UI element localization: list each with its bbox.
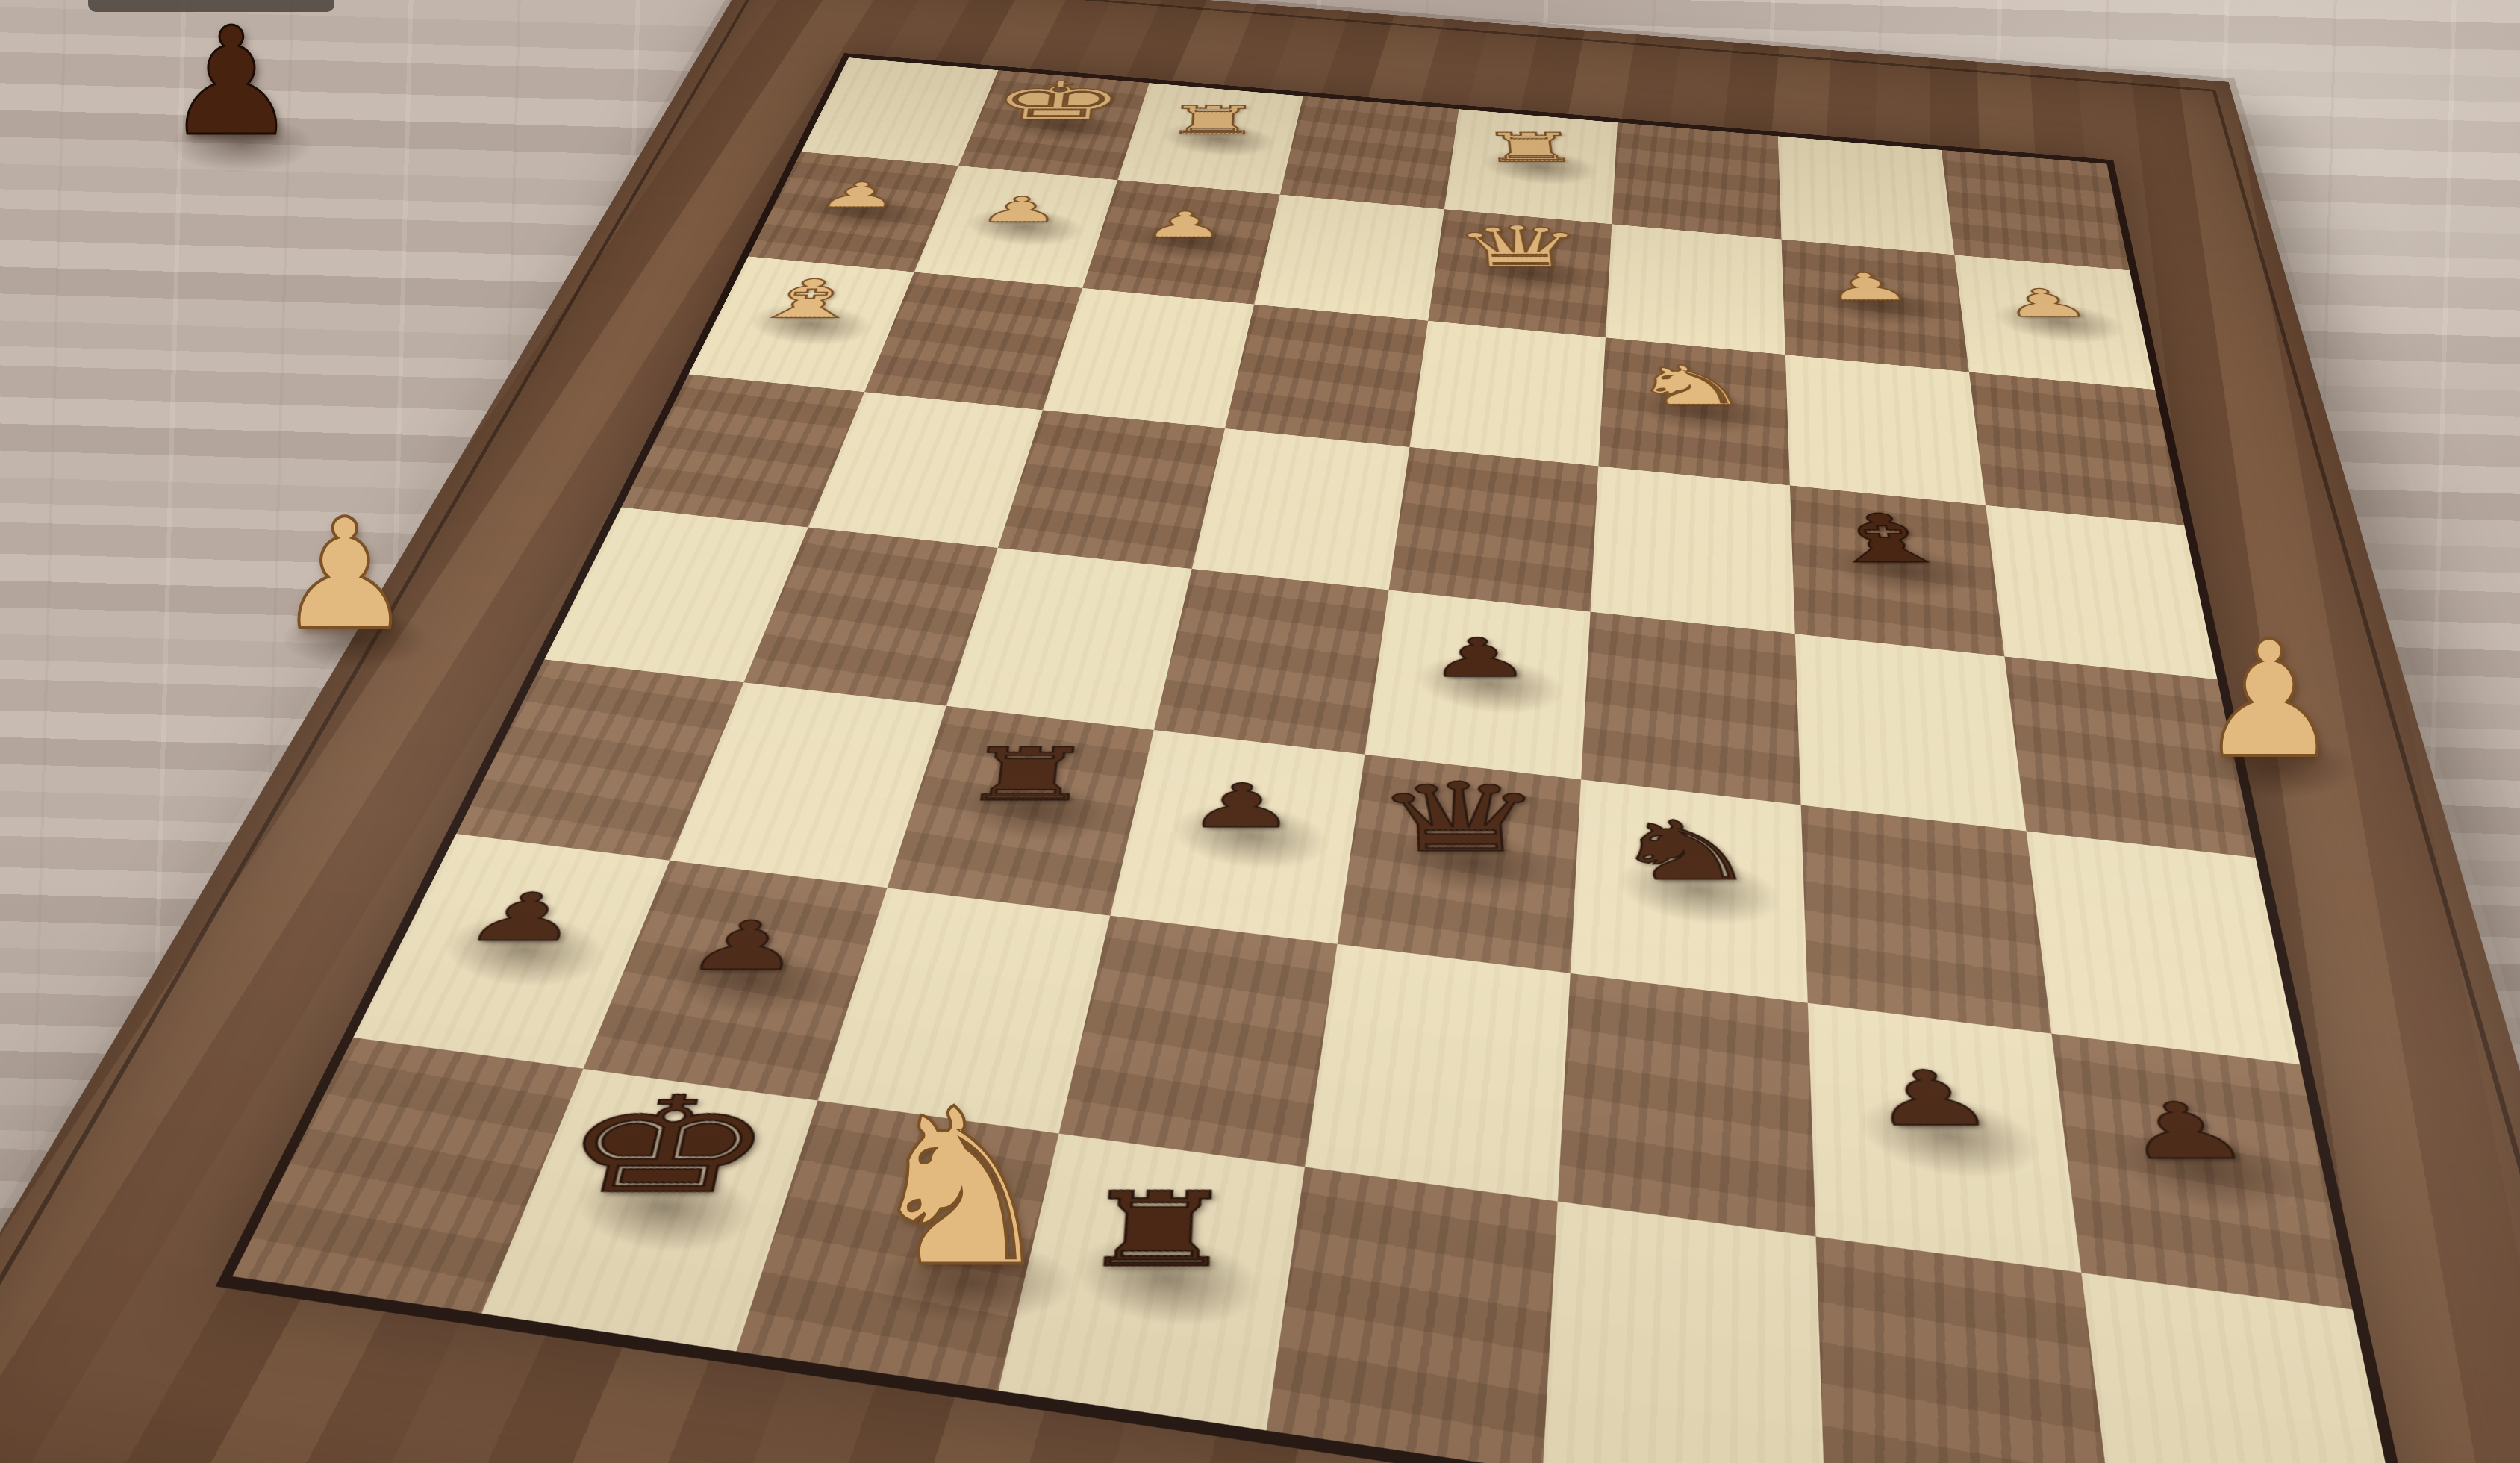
chess-board: ♚♜♜♟♟♟♛♟♟♝♞♝♟♜♟♛♞♟♟♟♟♚♜	[0, 0, 2520, 1463]
piece-shadow	[1412, 649, 1566, 721]
square-c1[interactable]	[1612, 122, 1782, 239]
square-d4[interactable]	[1389, 447, 1598, 612]
square-h7[interactable]: ♟	[353, 834, 669, 1068]
square-d7[interactable]	[1305, 944, 1570, 1201]
square-f6[interactable]: ♜	[888, 705, 1154, 915]
square-a3[interactable]	[1968, 372, 2184, 525]
black-king-g8[interactable]: ♚	[543, 1083, 787, 1209]
piece-shadow	[1067, 1223, 1266, 1338]
white-pawn-a2[interactable]: ♟	[1994, 285, 2097, 322]
board-scene: ♚♜♜♟♟♟♛♟♟♝♞♝♟♜♟♛♞♟♟♟♟♚♜	[0, 0, 2520, 1463]
black-bishop-b4[interactable]: ♝	[1808, 508, 1964, 571]
square-h6[interactable]	[456, 659, 743, 861]
black-knight-c6[interactable]: ♞	[1604, 813, 1764, 890]
square-d2[interactable]: ♛	[1428, 209, 1612, 337]
square-e7[interactable]	[1058, 916, 1337, 1167]
black-pawn-d5[interactable]: ♟	[1425, 633, 1534, 684]
white-queen-d2[interactable]: ♛	[1449, 220, 1590, 274]
piece-shadow	[1388, 821, 1554, 905]
square-c7[interactable]	[1557, 973, 1815, 1236]
square-e2[interactable]	[1254, 194, 1444, 320]
square-c2[interactable]	[1605, 224, 1785, 355]
square-c8[interactable]	[1542, 1201, 1825, 1463]
square-b8[interactable]	[1816, 1236, 2117, 1463]
square-c3[interactable]: ♞	[1598, 337, 1790, 485]
square-b4[interactable]: ♝	[1790, 485, 2004, 656]
captured-white-knight[interactable]: ♞	[864, 1086, 1058, 1292]
piece-shadow	[655, 934, 841, 1026]
square-e5[interactable]	[1153, 569, 1388, 754]
square-d6[interactable]: ♛	[1338, 754, 1581, 973]
captured-black-pawn[interactable]: ♟	[164, 11, 298, 153]
white-pawn-h2[interactable]: ♟	[813, 179, 905, 212]
white-pawn-f2[interactable]: ♟	[1140, 208, 1227, 242]
white-bishop-h3[interactable]: ♝	[740, 274, 877, 325]
piece-shadow	[2108, 1117, 2307, 1223]
playing-field: ♚♜♜♟♟♟♛♟♟♝♞♝♟♜♟♛♞♟♟♟♟♚♜	[216, 53, 2433, 1463]
board-frame: ♚♜♜♟♟♟♛♟♟♝♞♝♟♜♟♛♞♟♟♟♟♚♜	[0, 0, 2520, 1463]
square-d8[interactable]	[1267, 1167, 1558, 1463]
black-pawn-b7[interactable]: ♟	[1860, 1063, 2001, 1135]
black-pawn-e6[interactable]: ♟	[1185, 778, 1298, 835]
white-rook-f1[interactable]: ♜	[1161, 102, 1263, 139]
square-c6[interactable]: ♞	[1570, 779, 1808, 1003]
black-rook-f6[interactable]: ♜	[955, 740, 1100, 810]
white-pawn-b2[interactable]: ♟	[1818, 269, 1917, 305]
captured-white-pawn[interactable]: ♟	[276, 502, 414, 648]
square-e4[interactable]	[1191, 428, 1409, 590]
square-f2[interactable]: ♟	[1082, 180, 1279, 305]
black-rook-e8[interactable]: ♜	[1073, 1182, 1241, 1279]
square-d1[interactable]: ♜	[1444, 109, 1618, 224]
square-b7[interactable]: ♟	[1808, 1003, 2081, 1273]
piece-shadow	[1617, 848, 1782, 934]
square-h8[interactable]	[232, 1037, 583, 1313]
square-g8[interactable]: ♚	[481, 1068, 818, 1351]
black-pawn-h7[interactable]: ♟	[456, 886, 592, 949]
white-pawn-g2[interactable]: ♟	[975, 193, 1064, 226]
black-pawn-g7[interactable]: ♟	[679, 914, 811, 979]
square-e6[interactable]: ♟	[1110, 729, 1365, 943]
piece-shadow	[1857, 1085, 2045, 1188]
piece-shadow	[1166, 796, 1334, 878]
square-a6[interactable]	[2026, 831, 2300, 1064]
square-b3[interactable]	[1785, 355, 1986, 505]
square-b2[interactable]: ♟	[1782, 239, 1969, 372]
square-g6[interactable]	[670, 682, 946, 888]
white-king-g1[interactable]: ♚	[986, 76, 1129, 126]
square-h5[interactable]	[545, 508, 808, 682]
white-rook-d1[interactable]: ♜	[1478, 128, 1584, 166]
square-b1[interactable]	[1778, 136, 1954, 255]
square-e3[interactable]	[1225, 305, 1428, 447]
square-b5[interactable]	[1795, 634, 2026, 831]
square-g7[interactable]: ♟	[583, 861, 888, 1100]
square-a2[interactable]: ♟	[1954, 255, 2155, 390]
captured-white-pawn[interactable]: ♟	[2198, 624, 2342, 776]
black-queen-d6[interactable]: ♛	[1370, 773, 1552, 864]
white-knight-c3[interactable]: ♞	[1625, 360, 1756, 411]
square-b6[interactable]	[1801, 805, 2051, 1034]
square-a1[interactable]	[1941, 150, 2130, 270]
square-d3[interactable]	[1410, 321, 1606, 466]
square-c4[interactable]	[1590, 466, 1795, 634]
square-a7[interactable]: ♟	[2051, 1034, 2353, 1309]
piece-shadow	[561, 1155, 766, 1263]
black-pawn-a7[interactable]: ♟	[2109, 1095, 2259, 1169]
piece-shadow	[947, 770, 1117, 851]
square-a4[interactable]	[1986, 505, 2218, 679]
square-e1[interactable]	[1279, 96, 1459, 209]
square-a8[interactable]	[2081, 1272, 2415, 1463]
piece-shadow	[429, 905, 618, 995]
square-f1[interactable]: ♜	[1117, 83, 1303, 194]
square-c5[interactable]	[1581, 612, 1801, 805]
square-d5[interactable]: ♟	[1365, 590, 1590, 779]
